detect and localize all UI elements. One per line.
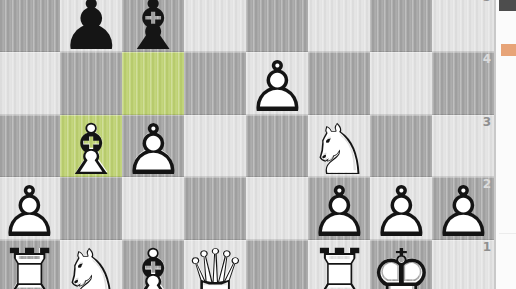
white-rook[interactable]: ♜♖ — [0, 240, 60, 289]
white-pawn[interactable]: ♟♙ — [122, 115, 184, 178]
square-a5[interactable] — [0, 0, 60, 52]
square-d1[interactable]: ♛♕ — [184, 240, 246, 289]
rank-coordinate-3: 3 — [483, 116, 491, 128]
square-f5[interactable] — [308, 0, 370, 52]
square-d2[interactable] — [184, 177, 246, 240]
white-pawn[interactable]: ♟♙ — [0, 177, 60, 240]
white-pawn[interactable]: ♟♙ — [246, 52, 308, 115]
square-b5[interactable]: ♟ — [60, 0, 122, 52]
square-h3[interactable]: 3 — [432, 115, 494, 178]
black-pawn[interactable]: ♟ — [60, 0, 122, 52]
square-d3[interactable] — [184, 115, 246, 178]
square-g4[interactable] — [370, 52, 432, 115]
white-rook[interactable]: ♜♖ — [308, 240, 370, 289]
square-a3[interactable] — [0, 115, 60, 178]
square-f2[interactable]: ♟♙ — [308, 177, 370, 240]
white-knight[interactable]: ♞♘ — [60, 240, 122, 289]
square-a2[interactable]: ♟♙ — [0, 177, 60, 240]
square-g5[interactable] — [370, 0, 432, 52]
square-h2[interactable]: 2♟♙ — [432, 177, 494, 240]
square-a4[interactable] — [0, 52, 60, 115]
white-pawn[interactable]: ♟♙ — [308, 177, 370, 240]
square-e2[interactable] — [246, 177, 308, 240]
sidebar — [494, 0, 516, 289]
square-h5[interactable]: 5 — [432, 0, 494, 52]
square-a1[interactable]: ♜♖ — [0, 240, 60, 289]
square-f3[interactable]: ♞♘ — [308, 115, 370, 178]
square-e4[interactable]: ♟♙ — [246, 52, 308, 115]
sidebar-top-block — [499, 0, 516, 11]
square-d4[interactable] — [184, 52, 246, 115]
rank-coordinate-2: 2 — [483, 178, 491, 190]
white-pawn[interactable]: ♟♙ — [370, 177, 432, 240]
rank-coordinate-5: 5 — [483, 0, 491, 3]
square-d5[interactable] — [184, 0, 246, 52]
square-f1[interactable]: ♜♖ — [308, 240, 370, 289]
black-bishop[interactable]: ♝ — [122, 0, 184, 52]
sidebar-accent-block — [501, 44, 516, 56]
white-bishop[interactable]: ♝♗ — [60, 115, 122, 178]
chess-board[interactable]: ♟♝5♟♙4♝♗♟♙♞♘3♟♙♟♙♟♙2♟♙♜♖♞♘♝♗♛♕♜♖♚♔1 — [0, 0, 494, 289]
white-knight[interactable]: ♞♘ — [308, 115, 370, 178]
square-h4[interactable]: 4 — [432, 52, 494, 115]
rank-coordinate-1: 1 — [483, 241, 491, 253]
square-e5[interactable] — [246, 0, 308, 52]
white-bishop[interactable]: ♝♗ — [122, 240, 184, 289]
chess-app-screen: ♟♝5♟♙4♝♗♟♙♞♘3♟♙♟♙♟♙2♟♙♜♖♞♘♝♗♛♕♜♖♚♔1 — [0, 0, 516, 289]
square-f4[interactable] — [308, 52, 370, 115]
square-c1[interactable]: ♝♗ — [122, 240, 184, 289]
white-king[interactable]: ♚♔ — [370, 240, 432, 289]
square-g2[interactable]: ♟♙ — [370, 177, 432, 240]
square-b3[interactable]: ♝♗ — [60, 115, 122, 178]
square-c5[interactable]: ♝ — [122, 0, 184, 52]
square-c3[interactable]: ♟♙ — [122, 115, 184, 178]
square-b1[interactable]: ♞♘ — [60, 240, 122, 289]
square-g3[interactable] — [370, 115, 432, 178]
rank-coordinate-4: 4 — [483, 53, 491, 65]
square-g1[interactable]: ♚♔ — [370, 240, 432, 289]
white-queen[interactable]: ♛♕ — [184, 240, 246, 289]
square-e1[interactable] — [246, 240, 308, 289]
sidebar-separator — [499, 233, 516, 234]
